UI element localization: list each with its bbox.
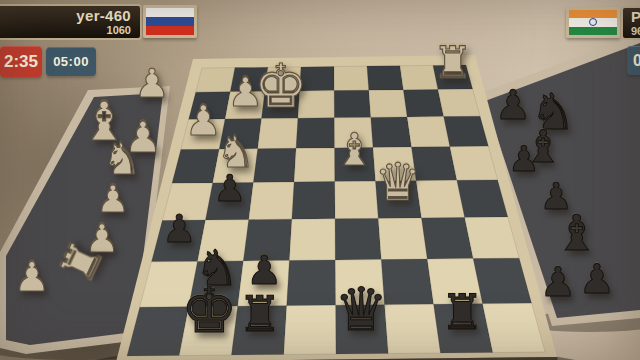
clock-left-main: 2:35 — [0, 46, 42, 77]
square[interactable] — [258, 118, 298, 149]
piece-black-K-g8[interactable]: ♚ — [181, 279, 238, 342]
square[interactable] — [371, 117, 412, 148]
square[interactable] — [253, 148, 296, 182]
piece-white-B-d4[interactable]: ♝ — [334, 128, 374, 173]
square[interactable] — [287, 260, 336, 306]
russia-flag-icon — [143, 5, 197, 38]
player-right-name: Pla — [631, 9, 640, 25]
clock-right-main: 0 — [627, 46, 640, 75]
game-screen: ♚♛♜♝♞♟♟♚♛♜♜♞♟♟♟♟♟♝♞♟♟♟♜♟♞♝♟♟♝♟♟ yer-460 … — [0, 0, 640, 360]
piece-black-P-captured-6[interactable]: ♟ — [540, 262, 576, 303]
square[interactable] — [334, 90, 371, 118]
piece-white-R-a1[interactable]: ♜ — [432, 41, 472, 85]
player-left-plate: yer-460 1060 — [0, 4, 142, 40]
square[interactable] — [438, 89, 480, 117]
piece-black-P-captured-3[interactable]: ♟ — [508, 141, 540, 177]
ashoka-chakra-icon — [589, 18, 597, 26]
square[interactable] — [367, 66, 403, 90]
piece-white-P-captured-0[interactable]: ♟ — [134, 64, 169, 104]
square[interactable] — [381, 259, 433, 305]
square[interactable] — [294, 148, 335, 182]
piece-black-R-b8[interactable]: ♜ — [441, 289, 484, 338]
square[interactable] — [296, 118, 335, 149]
piece-white-P-captured-6[interactable]: ♟ — [14, 257, 50, 298]
square[interactable] — [335, 181, 379, 219]
piece-black-P-captured-0[interactable]: ♟ — [495, 85, 531, 126]
piece-white-Q-c5[interactable]: ♛ — [375, 157, 422, 209]
square[interactable] — [292, 182, 335, 220]
square[interactable] — [249, 182, 294, 220]
square[interactable] — [403, 90, 443, 118]
piece-white-N-captured-3[interactable]: ♞ — [103, 138, 142, 181]
square[interactable] — [284, 305, 336, 354]
square[interactable] — [335, 218, 381, 260]
piece-white-P-g2[interactable]: ♟ — [228, 72, 264, 112]
square[interactable] — [416, 180, 465, 218]
piece-black-P-h6[interactable]: ♟ — [162, 209, 196, 247]
piece-black-Q-d8[interactable]: ♛ — [334, 281, 387, 341]
piece-black-P-f7[interactable]: ♟ — [246, 250, 282, 290]
piece-black-B-captured-5[interactable]: ♝ — [555, 209, 599, 258]
square[interactable] — [369, 90, 407, 118]
square[interactable] — [422, 218, 474, 260]
square[interactable] — [378, 218, 427, 260]
player-left-rating: 1060 — [107, 24, 131, 36]
square[interactable] — [289, 219, 335, 261]
player-right-rating: 960 — [631, 25, 640, 37]
india-flag-icon — [566, 7, 620, 38]
square[interactable] — [334, 66, 369, 91]
player-right-plate: Pla 960 — [621, 6, 640, 40]
piece-white-P-captured-4[interactable]: ♟ — [96, 181, 129, 218]
piece-black-R-f8[interactable]: ♜ — [238, 290, 282, 339]
square[interactable] — [385, 304, 441, 353]
clock-left-secondary: 05:00 — [46, 47, 96, 76]
player-left-name: yer-460 — [76, 8, 131, 24]
piece-black-P-captured-7[interactable]: ♟ — [579, 259, 615, 300]
square[interactable] — [407, 117, 450, 148]
piece-black-P-g5[interactable]: ♟ — [214, 171, 247, 208]
